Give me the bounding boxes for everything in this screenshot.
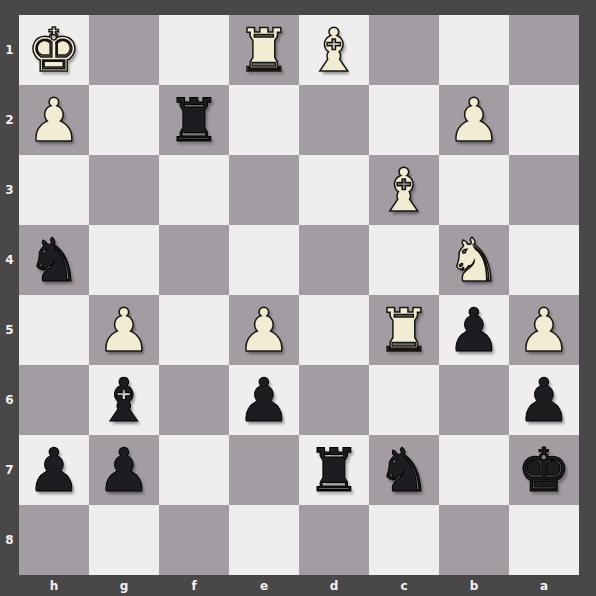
square-f7[interactable] [159, 435, 229, 505]
piece-black-rook[interactable]: ♜ [167, 85, 221, 155]
square-b7[interactable] [439, 435, 509, 505]
square-b4[interactable]: ♞ [439, 225, 509, 295]
square-b2[interactable]: ♟ [439, 85, 509, 155]
piece-white-pawn[interactable]: ♟ [237, 295, 291, 365]
square-a4[interactable] [509, 225, 579, 295]
square-h8[interactable] [19, 505, 89, 575]
square-g1[interactable] [89, 15, 159, 85]
square-a6[interactable]: ♟ [509, 365, 579, 435]
file-label-d: d [299, 575, 369, 596]
square-f2[interactable]: ♜ [159, 85, 229, 155]
file-label-f: f [159, 575, 229, 596]
square-g4[interactable] [89, 225, 159, 295]
file-label-a: a [509, 575, 579, 596]
piece-white-king[interactable]: ♚ [27, 15, 81, 85]
rank-label-6: 6 [0, 365, 19, 435]
square-c3[interactable]: ♝ [369, 155, 439, 225]
square-d1[interactable]: ♝ [299, 15, 369, 85]
piece-black-pawn[interactable]: ♟ [237, 365, 291, 435]
square-b6[interactable] [439, 365, 509, 435]
square-g2[interactable] [89, 85, 159, 155]
piece-black-pawn[interactable]: ♟ [517, 365, 571, 435]
square-f4[interactable] [159, 225, 229, 295]
square-d8[interactable] [299, 505, 369, 575]
piece-white-bishop[interactable]: ♝ [307, 15, 361, 85]
chessboard-frame: 12345678 ♚♜♝♟♜♟♝♞♞♟♟♜♟♟♝♟♟♟♟♜♞♚ hgfedcba [0, 0, 596, 596]
square-c5[interactable]: ♜ [369, 295, 439, 365]
piece-black-pawn[interactable]: ♟ [97, 435, 151, 505]
file-label-b: b [439, 575, 509, 596]
square-h6[interactable] [19, 365, 89, 435]
square-d4[interactable] [299, 225, 369, 295]
rank-label-8: 8 [0, 505, 19, 575]
square-f8[interactable] [159, 505, 229, 575]
rank-label-7: 7 [0, 435, 19, 505]
piece-black-pawn[interactable]: ♟ [447, 295, 501, 365]
piece-white-pawn[interactable]: ♟ [97, 295, 151, 365]
square-e5[interactable]: ♟ [229, 295, 299, 365]
square-c8[interactable] [369, 505, 439, 575]
square-e7[interactable] [229, 435, 299, 505]
square-c4[interactable] [369, 225, 439, 295]
square-c2[interactable] [369, 85, 439, 155]
rank-labels: 12345678 [0, 15, 19, 575]
square-g3[interactable] [89, 155, 159, 225]
square-d3[interactable] [299, 155, 369, 225]
rank-label-3: 3 [0, 155, 19, 225]
square-f1[interactable] [159, 15, 229, 85]
square-d6[interactable] [299, 365, 369, 435]
square-b5[interactable]: ♟ [439, 295, 509, 365]
square-b1[interactable] [439, 15, 509, 85]
file-label-g: g [89, 575, 159, 596]
square-b8[interactable] [439, 505, 509, 575]
piece-white-rook[interactable]: ♜ [377, 295, 431, 365]
square-b3[interactable] [439, 155, 509, 225]
square-e8[interactable] [229, 505, 299, 575]
square-a8[interactable] [509, 505, 579, 575]
square-c1[interactable] [369, 15, 439, 85]
square-c6[interactable] [369, 365, 439, 435]
piece-white-bishop[interactable]: ♝ [377, 155, 431, 225]
square-h7[interactable]: ♟ [19, 435, 89, 505]
square-e2[interactable] [229, 85, 299, 155]
piece-black-knight[interactable]: ♞ [377, 435, 431, 505]
square-h3[interactable] [19, 155, 89, 225]
square-h5[interactable] [19, 295, 89, 365]
file-label-h: h [19, 575, 89, 596]
piece-white-knight[interactable]: ♞ [447, 225, 501, 295]
file-label-e: e [229, 575, 299, 596]
square-d5[interactable] [299, 295, 369, 365]
square-h2[interactable]: ♟ [19, 85, 89, 155]
square-f3[interactable] [159, 155, 229, 225]
square-a7[interactable]: ♚ [509, 435, 579, 505]
square-g6[interactable]: ♝ [89, 365, 159, 435]
square-a1[interactable] [509, 15, 579, 85]
square-a3[interactable] [509, 155, 579, 225]
piece-black-king[interactable]: ♚ [517, 435, 571, 505]
chessboard[interactable]: ♚♜♝♟♜♟♝♞♞♟♟♜♟♟♝♟♟♟♟♜♞♚ [19, 15, 579, 575]
square-e3[interactable] [229, 155, 299, 225]
square-e4[interactable] [229, 225, 299, 295]
rank-label-1: 1 [0, 15, 19, 85]
piece-white-rook[interactable]: ♜ [237, 15, 291, 85]
square-c7[interactable]: ♞ [369, 435, 439, 505]
square-g5[interactable]: ♟ [89, 295, 159, 365]
file-labels: hgfedcba [19, 575, 579, 596]
piece-black-pawn[interactable]: ♟ [27, 435, 81, 505]
piece-white-pawn[interactable]: ♟ [517, 295, 571, 365]
rank-label-5: 5 [0, 295, 19, 365]
square-d2[interactable] [299, 85, 369, 155]
square-g7[interactable]: ♟ [89, 435, 159, 505]
square-f6[interactable] [159, 365, 229, 435]
square-h4[interactable]: ♞ [19, 225, 89, 295]
piece-black-knight[interactable]: ♞ [27, 225, 81, 295]
piece-black-rook[interactable]: ♜ [307, 435, 361, 505]
piece-white-pawn[interactable]: ♟ [447, 85, 501, 155]
rank-label-2: 2 [0, 85, 19, 155]
square-f5[interactable] [159, 295, 229, 365]
rank-label-4: 4 [0, 225, 19, 295]
file-label-c: c [369, 575, 439, 596]
square-e1[interactable]: ♜ [229, 15, 299, 85]
square-d7[interactable]: ♜ [299, 435, 369, 505]
piece-black-bishop[interactable]: ♝ [97, 365, 151, 435]
square-h1[interactable]: ♚ [19, 15, 89, 85]
piece-white-pawn[interactable]: ♟ [27, 85, 81, 155]
square-e6[interactable]: ♟ [229, 365, 299, 435]
square-a2[interactable] [509, 85, 579, 155]
square-g8[interactable] [89, 505, 159, 575]
square-a5[interactable]: ♟ [509, 295, 579, 365]
